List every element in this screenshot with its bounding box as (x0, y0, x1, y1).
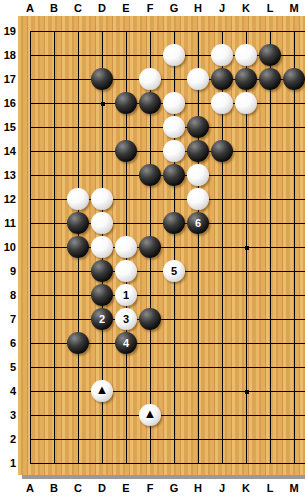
row-label-14: 14 (0, 144, 16, 158)
black-stone-J14 (211, 140, 233, 162)
black-stone-L17 (259, 68, 281, 90)
white-stone-G18 (163, 44, 185, 66)
move-number-label: 5 (171, 265, 177, 277)
row-label-5: 5 (0, 360, 16, 374)
row-label-13: 13 (0, 168, 16, 182)
white-stone-J16 (211, 92, 233, 114)
white-stone-E9 (115, 260, 137, 282)
col-label-H-bottom: H (194, 481, 202, 495)
row-label-11: 11 (0, 216, 16, 230)
white-stone-E10 (115, 236, 137, 258)
black-stone-C6 (67, 332, 89, 354)
white-stone-D10 (91, 236, 113, 258)
row-label-9: 9 (0, 264, 16, 278)
col-label-J-bottom: J (219, 481, 225, 495)
col-label-K-bottom: K (242, 481, 250, 495)
row-label-19: 19 (0, 24, 16, 38)
black-stone-D9 (91, 260, 113, 282)
col-label-F-top: F (147, 1, 154, 15)
col-label-A-bottom: A (26, 481, 34, 495)
row-label-16: 16 (0, 96, 16, 110)
black-stone-C10 (67, 236, 89, 258)
col-label-B-top: B (50, 1, 58, 15)
white-stone-H17 (187, 68, 209, 90)
col-label-E-top: E (122, 1, 129, 15)
white-stone-C12 (67, 188, 89, 210)
row-label-1: 1 (0, 456, 16, 470)
triangle-mark-icon: ▲ (144, 403, 157, 425)
row-label-12: 12 (0, 192, 16, 206)
col-label-D-top: D (98, 1, 106, 15)
black-stone-H14 (187, 140, 209, 162)
col-label-F-bottom: F (147, 481, 154, 495)
white-stone-G15 (163, 116, 185, 138)
col-label-K-top: K (242, 1, 250, 15)
col-label-E-bottom: E (122, 481, 129, 495)
go-diagram-screen: 624513▲▲ AABBCCDDEEFFGGHHJJKKLLMM1918171… (0, 0, 305, 500)
white-stone-F3: ▲ (139, 404, 161, 426)
black-stone-F10 (139, 236, 161, 258)
black-stone-E6: 4 (115, 332, 137, 354)
col-label-M-top: M (289, 1, 298, 15)
move-number-label: 6 (195, 217, 201, 229)
white-stone-D11 (91, 212, 113, 234)
move-number-label: 4 (123, 337, 129, 349)
row-label-7: 7 (0, 312, 16, 326)
black-stone-E14 (115, 140, 137, 162)
col-label-A-top: A (26, 1, 34, 15)
col-label-H-top: H (194, 1, 202, 15)
row-label-18: 18 (0, 48, 16, 62)
white-stone-K16 (235, 92, 257, 114)
black-stone-F16 (139, 92, 161, 114)
black-stone-H15 (187, 116, 209, 138)
row-label-6: 6 (0, 336, 16, 350)
black-stone-L18 (259, 44, 281, 66)
col-label-G-bottom: G (170, 481, 179, 495)
black-stone-K17 (235, 68, 257, 90)
row-label-4: 4 (0, 384, 16, 398)
white-stone-K18 (235, 44, 257, 66)
black-stone-H11: 6 (187, 212, 209, 234)
black-stone-D7: 2 (91, 308, 113, 330)
white-stone-G14 (163, 140, 185, 162)
row-label-17: 17 (0, 72, 16, 86)
white-stone-E8: 1 (115, 284, 137, 306)
white-stone-H13 (187, 164, 209, 186)
col-label-B-bottom: B (50, 481, 58, 495)
col-label-L-top: L (267, 1, 274, 15)
black-stone-M17 (283, 68, 305, 90)
white-stone-J18 (211, 44, 233, 66)
col-label-L-bottom: L (267, 481, 274, 495)
star-point-D16 (101, 102, 105, 106)
black-stone-D8 (91, 284, 113, 306)
white-stone-G9: 5 (163, 260, 185, 282)
go-board: 624513▲▲ (18, 16, 305, 475)
col-label-J-top: J (219, 1, 225, 15)
white-stone-D4: ▲ (91, 380, 113, 402)
star-point-K4 (245, 390, 249, 394)
move-number-label: 3 (123, 313, 129, 325)
board-drop-shadow (22, 475, 305, 479)
row-label-8: 8 (0, 288, 16, 302)
black-stone-F7 (139, 308, 161, 330)
col-label-D-bottom: D (98, 481, 106, 495)
row-label-3: 3 (0, 408, 16, 422)
white-stone-E7: 3 (115, 308, 137, 330)
col-label-G-top: G (170, 1, 179, 15)
white-stone-D12 (91, 188, 113, 210)
black-stone-G13 (163, 164, 185, 186)
black-stone-C11 (67, 212, 89, 234)
star-point-K10 (245, 246, 249, 250)
row-label-10: 10 (0, 240, 16, 254)
move-number-label: 2 (99, 313, 105, 325)
col-label-C-bottom: C (74, 481, 82, 495)
row-label-2: 2 (0, 432, 16, 446)
move-number-label: 1 (123, 289, 129, 301)
triangle-mark-icon: ▲ (96, 379, 109, 401)
black-stone-J17 (211, 68, 233, 90)
white-stone-F17 (139, 68, 161, 90)
black-stone-F13 (139, 164, 161, 186)
row-label-15: 15 (0, 120, 16, 134)
black-stone-E16 (115, 92, 137, 114)
white-stone-H12 (187, 188, 209, 210)
black-stone-G11 (163, 212, 185, 234)
col-label-C-top: C (74, 1, 82, 15)
black-stone-D17 (91, 68, 113, 90)
white-stone-G16 (163, 92, 185, 114)
col-label-M-bottom: M (289, 481, 298, 495)
